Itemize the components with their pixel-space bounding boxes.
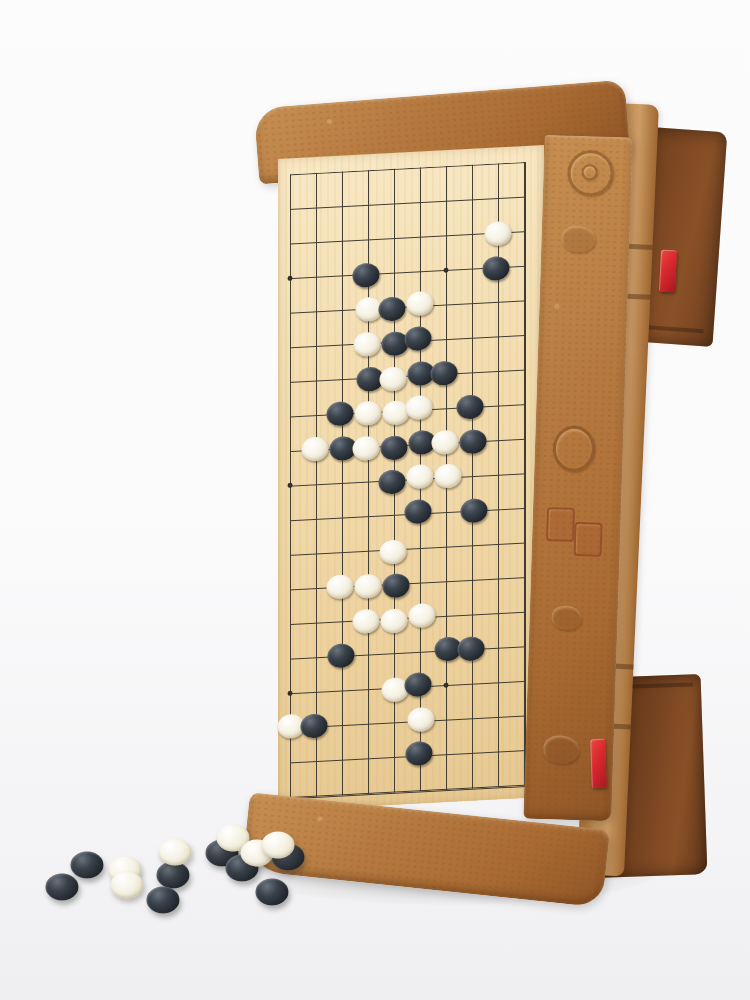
loose-black-stone[interactable] bbox=[46, 874, 79, 901]
horse-motif bbox=[543, 735, 580, 764]
loose-black-stone[interactable] bbox=[157, 862, 190, 889]
square-seal-motif bbox=[574, 522, 603, 557]
square-seal-motif bbox=[546, 507, 575, 542]
go-set-photo bbox=[0, 0, 750, 1000]
loose-white-stone[interactable] bbox=[159, 839, 192, 866]
red-latch-top[interactable] bbox=[659, 250, 677, 293]
loose-black-stone[interactable] bbox=[147, 887, 180, 914]
deer-motif bbox=[551, 605, 582, 630]
loose-white-stone[interactable] bbox=[111, 872, 144, 899]
loose-white-stone[interactable] bbox=[262, 832, 295, 859]
loose-black-stone[interactable] bbox=[256, 879, 289, 906]
red-latch-bottom[interactable] bbox=[590, 739, 607, 788]
go-board[interactable] bbox=[278, 145, 544, 811]
horse-motif bbox=[561, 225, 596, 252]
loose-black-stone[interactable] bbox=[71, 852, 104, 879]
